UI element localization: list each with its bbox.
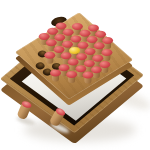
peg-red-cap <box>82 71 93 78</box>
loose-red-peg[interactable] <box>16 102 31 121</box>
peg-red-cap <box>44 51 55 58</box>
peg-red-cap <box>50 69 61 76</box>
peg-shape <box>82 71 93 84</box>
product-photo-scene <box>0 0 150 150</box>
peg-red-cap <box>66 70 77 77</box>
